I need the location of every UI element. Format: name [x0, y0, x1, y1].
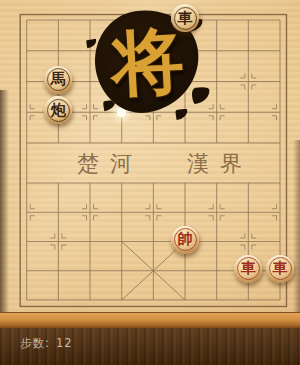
piece-black-horse[interactable]: 馬 — [44, 66, 72, 94]
piece-glyph: 馬 — [51, 72, 66, 87]
piece-red-general[interactable]: 帥 — [171, 226, 199, 254]
step-counter-value: 12 — [56, 336, 73, 350]
check-banner-glyph: 将 — [107, 19, 189, 105]
board-edge-shadow-left — [0, 90, 9, 312]
piece-glyph: 車 — [241, 261, 256, 276]
status-bar: 步数:12 — [0, 328, 300, 365]
xiangqi-board[interactable]: 楚河 漢界 車將馬炮帥車車 将 — [0, 0, 300, 312]
board-front-bevel — [0, 312, 300, 328]
step-counter: 步数:12 — [20, 336, 73, 351]
piece-black-chariot[interactable]: 車 — [171, 4, 199, 32]
river-label-left: 楚河 — [77, 151, 143, 177]
piece-red-chariot-2[interactable]: 車 — [266, 255, 294, 283]
board-edge-shadow-right — [293, 140, 300, 312]
step-counter-label: 步数: — [20, 336, 50, 350]
piece-glyph: 車 — [273, 261, 288, 276]
xiangqi-game-screen: 楚河 漢界 車將馬炮帥車車 将 步数:12 — [0, 0, 300, 365]
river-label-right: 漢界 — [187, 151, 253, 177]
piece-glyph: 帥 — [178, 232, 193, 247]
piece-glyph: 車 — [178, 10, 193, 25]
piece-red-chariot-1[interactable]: 車 — [234, 255, 262, 283]
piece-glyph: 炮 — [51, 102, 66, 117]
